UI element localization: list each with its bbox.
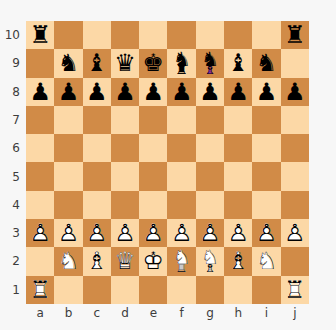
white-knight-outline: ♘	[252, 249, 280, 273]
square-b7[interactable]	[54, 106, 82, 134]
black-knight-fill: ♞	[54, 51, 82, 75]
square-f10[interactable]	[167, 21, 195, 49]
square-d6[interactable]	[111, 134, 139, 162]
black-king-fill: ♚	[139, 51, 167, 75]
rank-label-5: 5	[0, 163, 20, 191]
square-h7[interactable]	[224, 106, 252, 134]
square-b6[interactable]	[54, 134, 82, 162]
white-marshall-head-outline: ♘	[167, 247, 195, 267]
rank-label-6: 6	[0, 134, 20, 162]
rank-label-1: 1	[0, 276, 20, 304]
square-h4[interactable]	[224, 191, 252, 219]
square-f8[interactable]: ♟	[167, 78, 195, 106]
white-pawn-fill: ♟	[139, 221, 167, 245]
black-pawn-icon[interactable]: ♟	[54, 78, 82, 106]
square-a4[interactable]	[26, 191, 54, 219]
square-i7[interactable]	[252, 106, 280, 134]
white-cardinal-base-outline: ♗	[196, 260, 224, 274]
white-knight-icon[interactable]: ♞♘	[252, 247, 280, 275]
black-bishop-icon[interactable]: ♝	[83, 49, 111, 77]
black-pawn-icon[interactable]: ♟	[252, 78, 280, 106]
black-knight-icon[interactable]: ♞	[252, 49, 280, 77]
white-knight-fill: ♞	[252, 249, 280, 273]
square-a3[interactable]: ♟♙	[26, 219, 54, 247]
white-pawn-outline: ♙	[281, 221, 309, 245]
white-bishop-outline: ♗	[224, 249, 252, 273]
black-king-icon[interactable]: ♚	[139, 49, 167, 77]
square-f5[interactable]	[167, 162, 195, 190]
white-pawn-icon[interactable]: ♟♙	[83, 219, 111, 247]
rank-label-8: 8	[0, 78, 20, 106]
square-d3[interactable]: ♟♙	[111, 219, 139, 247]
square-g3[interactable]: ♟♙	[196, 219, 224, 247]
white-pawn-outline: ♙	[83, 221, 111, 245]
square-c4[interactable]	[83, 191, 111, 219]
white-pawn-fill: ♟	[281, 221, 309, 245]
square-d2[interactable]: ♛♕	[111, 247, 139, 275]
square-h3[interactable]: ♟♙	[224, 219, 252, 247]
square-h5[interactable]	[224, 162, 252, 190]
square-f2[interactable]: ♜♖♞♘	[167, 247, 195, 275]
file-label-h: h	[224, 305, 252, 321]
black-cardinal-icon[interactable]: ♝♗♞	[196, 49, 224, 77]
white-pawn-fill: ♟	[196, 221, 224, 245]
black-pawn-icon[interactable]: ♟	[196, 78, 224, 106]
white-pawn-fill: ♟	[224, 221, 252, 245]
white-pawn-icon[interactable]: ♟♙	[26, 219, 54, 247]
white-bishop-fill: ♝	[83, 249, 111, 273]
square-f1[interactable]	[167, 276, 195, 304]
white-pawn-outline: ♙	[54, 221, 82, 245]
square-g4[interactable]	[196, 191, 224, 219]
rank-label-2: 2	[0, 247, 20, 275]
black-pawn-fill: ♟	[26, 80, 54, 104]
square-j1[interactable]: ♜♖	[281, 276, 309, 304]
square-h6[interactable]	[224, 134, 252, 162]
black-pawn-fill: ♟	[281, 80, 309, 104]
square-g2[interactable]: ♝♗♞♘	[196, 247, 224, 275]
square-e7[interactable]	[139, 106, 167, 134]
square-h8[interactable]: ♟	[224, 78, 252, 106]
square-i8[interactable]: ♟	[252, 78, 280, 106]
white-pawn-fill: ♟	[252, 221, 280, 245]
white-pawn-fill: ♟	[83, 221, 111, 245]
rank-label-9: 9	[0, 49, 20, 77]
white-knight-fill: ♞	[54, 249, 82, 273]
square-e6[interactable]	[139, 134, 167, 162]
black-bishop-icon[interactable]: ♝	[224, 49, 252, 77]
square-a6[interactable]	[26, 134, 54, 162]
square-c5[interactable]	[83, 162, 111, 190]
white-cardinal-icon[interactable]: ♝♗♞♘	[196, 247, 224, 275]
square-b8[interactable]: ♟	[54, 78, 82, 106]
square-e8[interactable]: ♟	[139, 78, 167, 106]
square-j3[interactable]: ♟♙	[281, 219, 309, 247]
square-d10[interactable]	[111, 21, 139, 49]
square-e10[interactable]	[139, 21, 167, 49]
black-pawn-fill: ♟	[167, 80, 195, 104]
black-knight-icon[interactable]: ♞	[54, 49, 82, 77]
square-i10[interactable]	[252, 21, 280, 49]
black-rook-fill: ♜	[26, 23, 54, 47]
square-f6[interactable]	[167, 134, 195, 162]
white-pawn-fill: ♟	[54, 221, 82, 245]
square-h2[interactable]: ♝♗	[224, 247, 252, 275]
black-pawn-icon[interactable]: ♟	[83, 78, 111, 106]
white-pawn-icon[interactable]: ♟♙	[167, 219, 195, 247]
file-label-d: d	[111, 305, 139, 321]
square-j6[interactable]	[281, 134, 309, 162]
square-d9[interactable]: ♛	[111, 49, 139, 77]
white-pawn-outline: ♙	[252, 221, 280, 245]
square-i9[interactable]: ♞	[252, 49, 280, 77]
white-rook-outline: ♖	[26, 278, 54, 302]
white-pawn-outline: ♙	[26, 221, 54, 245]
black-rook-icon[interactable]: ♜	[281, 21, 309, 49]
black-cardinal-base-fill: ♝	[196, 62, 224, 76]
square-g9[interactable]: ♝♗♞	[196, 49, 224, 77]
white-pawn-icon[interactable]: ♟♙	[196, 219, 224, 247]
white-pawn-icon[interactable]: ♟♙	[111, 219, 139, 247]
black-marshall-base-fill: ♜	[167, 62, 195, 76]
white-king-icon[interactable]: ♚♔	[139, 247, 167, 275]
square-g5[interactable]	[196, 162, 224, 190]
square-g1[interactable]	[196, 276, 224, 304]
white-pawn-fill: ♟	[111, 221, 139, 245]
square-b2[interactable]: ♞♘	[54, 247, 82, 275]
square-f7[interactable]	[167, 106, 195, 134]
white-marshall-base-outline: ♖	[167, 260, 195, 274]
square-j5[interactable]	[281, 162, 309, 190]
square-d8[interactable]: ♟	[111, 78, 139, 106]
file-label-b: b	[54, 305, 82, 321]
white-pawn-outline: ♙	[167, 221, 195, 245]
white-pawn-icon[interactable]: ♟♙	[139, 219, 167, 247]
white-pawn-outline: ♙	[224, 221, 252, 245]
square-d4[interactable]	[111, 191, 139, 219]
square-f9[interactable]: ♜♖♞	[167, 49, 195, 77]
square-c6[interactable]	[83, 134, 111, 162]
square-e1[interactable]	[139, 276, 167, 304]
white-pawn-outline: ♙	[139, 221, 167, 245]
file-label-f: f	[168, 305, 196, 321]
black-pawn-icon[interactable]: ♟	[281, 78, 309, 106]
black-pawn-fill: ♟	[83, 80, 111, 104]
file-label-j: j	[281, 305, 309, 321]
square-c7[interactable]	[83, 106, 111, 134]
white-pawn-icon[interactable]: ♟♙	[281, 219, 309, 247]
square-a5[interactable]	[26, 162, 54, 190]
white-bishop-fill: ♝	[224, 249, 252, 273]
black-pawn-fill: ♟	[252, 80, 280, 104]
white-rook-icon[interactable]: ♜♖	[281, 276, 309, 304]
black-cardinal-base-outline: ♗	[196, 62, 224, 76]
square-d7[interactable]	[111, 106, 139, 134]
square-d5[interactable]	[111, 162, 139, 190]
square-b9[interactable]: ♞	[54, 49, 82, 77]
file-label-g: g	[196, 305, 224, 321]
white-marshall-icon[interactable]: ♜♖♞♘	[167, 247, 195, 275]
black-pawn-fill: ♟	[224, 80, 252, 104]
square-g7[interactable]	[196, 106, 224, 134]
black-marshall-icon[interactable]: ♜♖♞	[167, 49, 195, 77]
black-pawn-icon[interactable]: ♟	[167, 78, 195, 106]
white-rook-fill: ♜	[281, 278, 309, 302]
white-marshall-head-fill: ♞	[167, 247, 195, 267]
white-cardinal-base-fill: ♝	[196, 260, 224, 274]
square-a1[interactable]: ♜♖	[26, 276, 54, 304]
white-rook-fill: ♜	[26, 278, 54, 302]
square-j8[interactable]: ♟	[281, 78, 309, 106]
white-bishop-icon[interactable]: ♝♗	[83, 247, 111, 275]
rank-label-3: 3	[0, 219, 20, 247]
white-cardinal-head-fill: ♞	[196, 247, 224, 267]
square-h1[interactable]	[224, 276, 252, 304]
white-king-outline: ♔	[139, 249, 167, 273]
square-d1[interactable]	[111, 276, 139, 304]
black-rook-icon[interactable]: ♜	[26, 21, 54, 49]
black-pawn-icon[interactable]: ♟	[111, 78, 139, 106]
square-b1[interactable]	[54, 276, 82, 304]
square-i6[interactable]	[252, 134, 280, 162]
square-e2[interactable]: ♚♔	[139, 247, 167, 275]
black-marshall-head-fill: ♞	[167, 49, 195, 69]
square-b3[interactable]: ♟♙	[54, 219, 82, 247]
square-e5[interactable]	[139, 162, 167, 190]
square-g6[interactable]	[196, 134, 224, 162]
black-marshall-base-outline: ♖	[167, 62, 195, 76]
white-pawn-outline: ♙	[196, 221, 224, 245]
black-pawn-fill: ♟	[54, 80, 82, 104]
white-queen-outline: ♕	[111, 249, 139, 273]
square-h10[interactable]	[224, 21, 252, 49]
square-e3[interactable]: ♟♙	[139, 219, 167, 247]
black-pawn-icon[interactable]: ♟	[139, 78, 167, 106]
white-rook-outline: ♖	[281, 278, 309, 302]
square-c1[interactable]	[83, 276, 111, 304]
square-g8[interactable]: ♟	[196, 78, 224, 106]
white-marshall-base-fill: ♜	[167, 260, 195, 274]
black-bishop-fill: ♝	[83, 51, 111, 75]
black-queen-fill: ♛	[111, 51, 139, 75]
square-b5[interactable]	[54, 162, 82, 190]
black-rook-fill: ♜	[281, 23, 309, 47]
square-b4[interactable]	[54, 191, 82, 219]
square-e9[interactable]: ♚	[139, 49, 167, 77]
white-queen-icon[interactable]: ♛♕	[111, 247, 139, 275]
square-a9[interactable]	[26, 49, 54, 77]
square-j9[interactable]	[281, 49, 309, 77]
square-a7[interactable]	[26, 106, 54, 134]
white-pawn-icon[interactable]: ♟♙	[54, 219, 82, 247]
rank-label-7: 7	[0, 106, 20, 134]
black-pawn-icon[interactable]: ♟	[224, 78, 252, 106]
file-label-e: e	[139, 305, 167, 321]
square-i1[interactable]	[252, 276, 280, 304]
white-rook-icon[interactable]: ♜♖	[26, 276, 54, 304]
square-f4[interactable]	[167, 191, 195, 219]
black-pawn-fill: ♟	[139, 80, 167, 104]
square-c9[interactable]: ♝	[83, 49, 111, 77]
white-pawn-icon[interactable]: ♟♙	[224, 219, 252, 247]
white-queen-fill: ♛	[111, 249, 139, 273]
white-pawn-icon[interactable]: ♟♙	[252, 219, 280, 247]
square-j2[interactable]	[281, 247, 309, 275]
white-king-fill: ♚	[139, 249, 167, 273]
square-f3[interactable]: ♟♙	[167, 219, 195, 247]
white-knight-icon[interactable]: ♞♘	[54, 247, 82, 275]
rank-label-10: 10	[0, 21, 20, 49]
black-pawn-fill: ♟	[196, 80, 224, 104]
black-knight-fill: ♞	[252, 51, 280, 75]
file-label-c: c	[83, 305, 111, 321]
square-a8[interactable]: ♟	[26, 78, 54, 106]
square-b10[interactable]	[54, 21, 82, 49]
black-pawn-icon[interactable]: ♟	[26, 78, 54, 106]
square-h9[interactable]: ♝	[224, 49, 252, 77]
white-pawn-outline: ♙	[111, 221, 139, 245]
square-j4[interactable]	[281, 191, 309, 219]
square-c8[interactable]: ♟	[83, 78, 111, 106]
rank-label-4: 4	[0, 191, 20, 219]
square-a10[interactable]: ♜	[26, 21, 54, 49]
board: ♜♜♞♝♛♚♜♖♞♝♗♞♝♞♟♟♟♟♟♟♟♟♟♟♟♙♟♙♟♙♟♙♟♙♟♙♟♙♟♙…	[26, 21, 309, 304]
square-i4[interactable]	[252, 191, 280, 219]
square-c2[interactable]: ♝♗	[83, 247, 111, 275]
square-i2[interactable]: ♞♘	[252, 247, 280, 275]
white-cardinal-head-outline: ♘	[196, 247, 224, 267]
square-e4[interactable]	[139, 191, 167, 219]
square-j10[interactable]: ♜	[281, 21, 309, 49]
black-cardinal-head-fill: ♞	[196, 49, 224, 69]
square-a2[interactable]	[26, 247, 54, 275]
square-i3[interactable]: ♟♙	[252, 219, 280, 247]
black-queen-icon[interactable]: ♛	[111, 49, 139, 77]
grand-chess-diagram: ♜♜♞♝♛♚♜♖♞♝♗♞♝♞♟♟♟♟♟♟♟♟♟♟♟♙♟♙♟♙♟♙♟♙♟♙♟♙♟♙…	[0, 0, 336, 330]
white-pawn-fill: ♟	[167, 221, 195, 245]
square-i5[interactable]	[252, 162, 280, 190]
square-g10[interactable]	[196, 21, 224, 49]
file-label-i: i	[252, 305, 280, 321]
white-bishop-outline: ♗	[83, 249, 111, 273]
black-pawn-fill: ♟	[111, 80, 139, 104]
white-bishop-icon[interactable]: ♝♗	[224, 247, 252, 275]
square-c10[interactable]	[83, 21, 111, 49]
white-knight-outline: ♘	[54, 249, 82, 273]
white-pawn-fill: ♟	[26, 221, 54, 245]
square-c3[interactable]: ♟♙	[83, 219, 111, 247]
black-bishop-fill: ♝	[224, 51, 252, 75]
file-label-a: a	[26, 305, 54, 321]
square-j7[interactable]	[281, 106, 309, 134]
